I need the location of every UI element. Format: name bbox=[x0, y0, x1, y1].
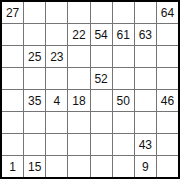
cell-r2c8-empty[interactable] bbox=[157, 24, 178, 45]
cell-r7c4-empty[interactable] bbox=[68, 134, 89, 155]
cell-r6c3-empty[interactable] bbox=[46, 112, 67, 133]
cell-r1c7-empty[interactable] bbox=[135, 2, 156, 23]
cell-r5c1-empty[interactable] bbox=[2, 90, 23, 111]
cell-r4c1-empty[interactable] bbox=[2, 68, 23, 89]
cell-r3c2-given: 25 bbox=[24, 46, 45, 67]
cell-r3c3-given: 23 bbox=[46, 46, 67, 67]
cell-r4c2-empty[interactable] bbox=[24, 68, 45, 89]
cell-r1c4-empty[interactable] bbox=[68, 2, 89, 23]
cell-r6c8-empty[interactable] bbox=[157, 112, 178, 133]
cell-r2c4-given: 22 bbox=[68, 24, 89, 45]
cell-r2c6-given: 61 bbox=[113, 24, 134, 45]
cell-r5c6-given: 50 bbox=[113, 90, 134, 111]
cell-r7c8-empty[interactable] bbox=[157, 134, 178, 155]
cell-r4c7-empty[interactable] bbox=[135, 68, 156, 89]
cell-r8c8-empty[interactable] bbox=[157, 156, 178, 177]
cell-r1c5-empty[interactable] bbox=[91, 2, 112, 23]
cell-r8c1-given: 1 bbox=[2, 156, 23, 177]
cell-r7c6-empty[interactable] bbox=[113, 134, 134, 155]
cell-r2c3-empty[interactable] bbox=[46, 24, 67, 45]
cell-r2c7-given: 63 bbox=[135, 24, 156, 45]
cell-r8c3-empty[interactable] bbox=[46, 156, 67, 177]
cell-r5c5-empty[interactable] bbox=[91, 90, 112, 111]
cell-r7c5-empty[interactable] bbox=[91, 134, 112, 155]
cell-r3c8-empty[interactable] bbox=[157, 46, 178, 67]
cell-r8c2-given: 15 bbox=[24, 156, 45, 177]
cell-r1c1-given: 27 bbox=[2, 2, 23, 23]
cell-r7c2-empty[interactable] bbox=[24, 134, 45, 155]
cell-r5c3-given: 4 bbox=[46, 90, 67, 111]
cell-r6c5-empty[interactable] bbox=[91, 112, 112, 133]
cell-r7c3-empty[interactable] bbox=[46, 134, 67, 155]
cell-r6c1-empty[interactable] bbox=[2, 112, 23, 133]
cell-r3c7-empty[interactable] bbox=[135, 46, 156, 67]
cell-r4c3-empty[interactable] bbox=[46, 68, 67, 89]
cell-r1c3-empty[interactable] bbox=[46, 2, 67, 23]
cell-r8c7-given: 9 bbox=[135, 156, 156, 177]
cell-r4c6-empty[interactable] bbox=[113, 68, 134, 89]
cell-r5c2-given: 35 bbox=[24, 90, 45, 111]
cell-r6c4-empty[interactable] bbox=[68, 112, 89, 133]
cell-r6c2-empty[interactable] bbox=[24, 112, 45, 133]
cell-r1c6-empty[interactable] bbox=[113, 2, 134, 23]
cell-r2c5-given: 54 bbox=[91, 24, 112, 45]
cell-r3c4-empty[interactable] bbox=[68, 46, 89, 67]
cell-r3c6-empty[interactable] bbox=[113, 46, 134, 67]
cell-r7c7-given: 43 bbox=[135, 134, 156, 155]
cell-r4c8-empty[interactable] bbox=[157, 68, 178, 89]
cell-r5c7-empty[interactable] bbox=[135, 90, 156, 111]
cell-r2c1-empty[interactable] bbox=[2, 24, 23, 45]
hidato-board: 276422546163252352354185046431159 bbox=[0, 0, 180, 179]
cell-r5c8-given: 46 bbox=[157, 90, 178, 111]
cell-r4c4-empty[interactable] bbox=[68, 68, 89, 89]
cell-r7c1-empty[interactable] bbox=[2, 134, 23, 155]
cell-r8c6-empty[interactable] bbox=[113, 156, 134, 177]
cell-r1c8-given: 64 bbox=[157, 2, 178, 23]
cell-r6c7-empty[interactable] bbox=[135, 112, 156, 133]
cell-r2c2-empty[interactable] bbox=[24, 24, 45, 45]
cell-r3c5-empty[interactable] bbox=[91, 46, 112, 67]
cell-r8c4-empty[interactable] bbox=[68, 156, 89, 177]
cell-r4c5-given: 52 bbox=[91, 68, 112, 89]
cell-r1c2-empty[interactable] bbox=[24, 2, 45, 23]
cell-r5c4-given: 18 bbox=[68, 90, 89, 111]
cell-r8c5-empty[interactable] bbox=[91, 156, 112, 177]
cell-r3c1-empty[interactable] bbox=[2, 46, 23, 67]
cell-r6c6-empty[interactable] bbox=[113, 112, 134, 133]
